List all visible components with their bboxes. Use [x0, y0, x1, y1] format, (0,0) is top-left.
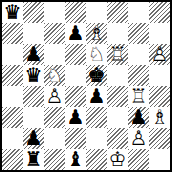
square-e1[interactable]	[86, 149, 107, 170]
square-e6[interactable]: ♞♘	[86, 44, 107, 65]
black-king-piece: ♚♚	[86, 65, 107, 86]
square-a1[interactable]	[2, 149, 23, 170]
square-c7[interactable]	[44, 23, 65, 44]
square-b2[interactable]: ♟♟	[23, 128, 44, 149]
square-d1[interactable]: ♝♝	[65, 149, 86, 170]
white-pawn-piece: ♟♙	[149, 44, 170, 65]
square-g1[interactable]	[128, 149, 149, 170]
square-a7[interactable]	[2, 23, 23, 44]
black-pawn-piece: ♟♟	[65, 23, 86, 44]
square-g4[interactable]: ♜♖	[128, 86, 149, 107]
square-c5[interactable]: ♞♘	[44, 65, 65, 86]
square-a3[interactable]	[2, 107, 23, 128]
white-rook-piece: ♜♖	[107, 44, 128, 65]
square-h5[interactable]	[149, 65, 170, 86]
square-d3[interactable]: ♟♟	[65, 107, 86, 128]
square-e7[interactable]: ♝♗	[86, 23, 107, 44]
square-e8[interactable]	[86, 2, 107, 23]
square-g8[interactable]	[128, 2, 149, 23]
square-d7[interactable]: ♟♟	[65, 23, 86, 44]
square-a2[interactable]	[2, 128, 23, 149]
square-d6[interactable]	[65, 44, 86, 65]
white-bishop-piece: ♝♗	[149, 107, 170, 128]
square-b1[interactable]: ♜♜	[23, 149, 44, 170]
square-f5[interactable]	[107, 65, 128, 86]
white-bishop-piece: ♝♗	[86, 23, 107, 44]
square-c2[interactable]	[44, 128, 65, 149]
square-f6[interactable]: ♜♖	[107, 44, 128, 65]
square-h8[interactable]	[149, 2, 170, 23]
black-pawn-piece: ♟♟	[86, 86, 107, 107]
square-h1[interactable]	[149, 149, 170, 170]
square-f7[interactable]	[107, 23, 128, 44]
square-b4[interactable]	[23, 86, 44, 107]
square-e3[interactable]	[86, 107, 107, 128]
black-pawn-piece: ♟♟	[128, 107, 149, 128]
square-e5[interactable]: ♚♚	[86, 65, 107, 86]
square-c4[interactable]: ♟♙	[44, 86, 65, 107]
square-b7[interactable]	[23, 23, 44, 44]
square-h2[interactable]	[149, 128, 170, 149]
square-f2[interactable]	[107, 128, 128, 149]
black-pawn-piece: ♟♟	[23, 128, 44, 149]
square-h6[interactable]: ♟♙	[149, 44, 170, 65]
square-a6[interactable]	[2, 44, 23, 65]
square-a8[interactable]: ♛♛	[2, 2, 23, 23]
square-d4[interactable]	[65, 86, 86, 107]
square-g5[interactable]	[128, 65, 149, 86]
square-f3[interactable]	[107, 107, 128, 128]
square-e4[interactable]: ♟♟	[86, 86, 107, 107]
square-c3[interactable]	[44, 107, 65, 128]
white-rook-piece: ♜♖	[128, 86, 149, 107]
chess-board: ♛♛♟♟♝♗♟♟♞♘♜♖♟♙♛♛♞♘♚♚♟♙♟♟♜♖♟♟♟♟♝♗♟♟♟♙♜♜♝♝…	[2, 2, 170, 170]
square-d5[interactable]	[65, 65, 86, 86]
square-b8[interactable]	[23, 2, 44, 23]
square-h3[interactable]: ♝♗	[149, 107, 170, 128]
square-b3[interactable]	[23, 107, 44, 128]
square-g6[interactable]	[128, 44, 149, 65]
white-pawn-piece: ♟♙	[128, 128, 149, 149]
square-g2[interactable]: ♟♙	[128, 128, 149, 149]
black-rook-piece: ♜♜	[23, 149, 44, 170]
white-knight-piece: ♞♘	[86, 44, 107, 65]
square-b6[interactable]: ♟♟	[23, 44, 44, 65]
square-b5[interactable]: ♛♛	[23, 65, 44, 86]
square-g3[interactable]: ♟♟	[128, 107, 149, 128]
square-h7[interactable]	[149, 23, 170, 44]
black-pawn-piece: ♟♟	[65, 107, 86, 128]
square-d2[interactable]	[65, 128, 86, 149]
white-knight-piece: ♞♘	[44, 65, 65, 86]
black-queen-piece: ♛♛	[23, 65, 44, 86]
square-g7[interactable]	[128, 23, 149, 44]
black-bishop-piece: ♝♝	[65, 149, 86, 170]
square-d8[interactable]	[65, 2, 86, 23]
square-c8[interactable]	[44, 2, 65, 23]
square-f4[interactable]	[107, 86, 128, 107]
square-f1[interactable]: ♚♔	[107, 149, 128, 170]
square-f8[interactable]	[107, 2, 128, 23]
square-a5[interactable]	[2, 65, 23, 86]
square-h4[interactable]	[149, 86, 170, 107]
black-queen-piece: ♛♛	[2, 2, 23, 23]
white-king-piece: ♚♔	[107, 149, 128, 170]
board-frame: ♛♛♟♟♝♗♟♟♞♘♜♖♟♙♛♛♞♘♚♚♟♙♟♟♜♖♟♟♟♟♝♗♟♟♟♙♜♜♝♝…	[0, 0, 172, 172]
square-a4[interactable]	[2, 86, 23, 107]
black-pawn-piece: ♟♟	[23, 44, 44, 65]
square-c6[interactable]	[44, 44, 65, 65]
white-pawn-piece: ♟♙	[44, 86, 65, 107]
square-e2[interactable]	[86, 128, 107, 149]
square-c1[interactable]	[44, 149, 65, 170]
